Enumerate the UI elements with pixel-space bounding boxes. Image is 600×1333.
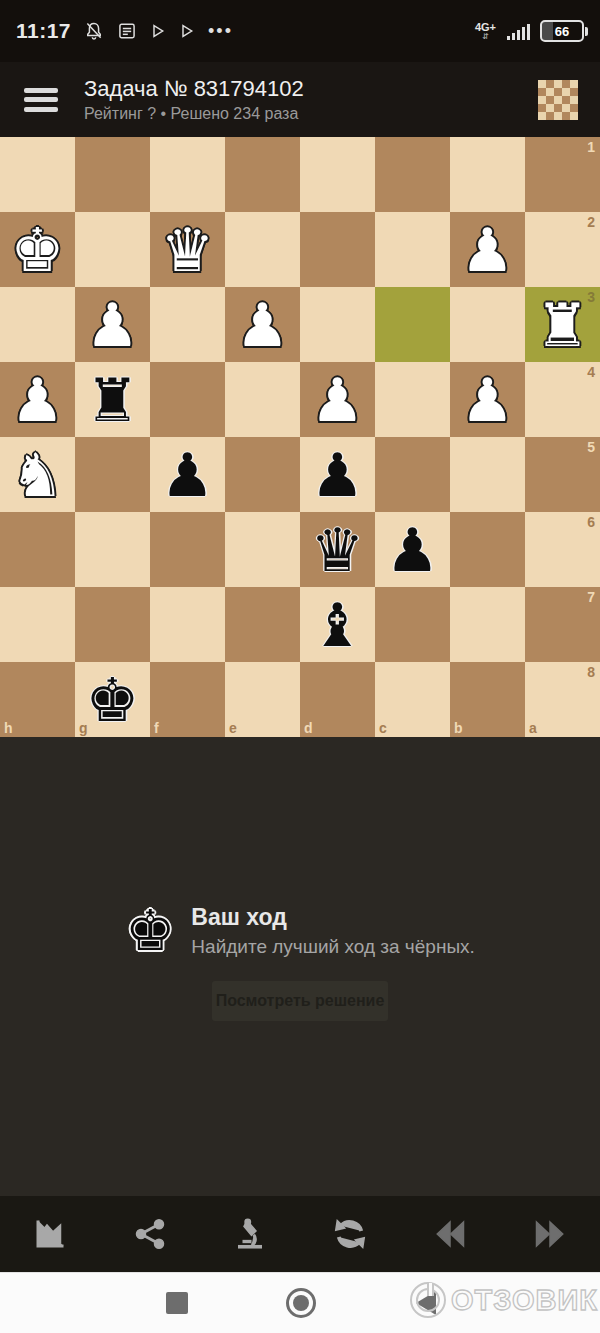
puzzle-panel: ♚ Ваш ход Найдите лучший ход за чёрных. … bbox=[0, 737, 600, 1196]
square-b1[interactable] bbox=[450, 137, 525, 212]
square-e8[interactable]: e bbox=[225, 662, 300, 737]
square-b7[interactable] bbox=[450, 587, 525, 662]
app-header: Задача № 831794102 Рейтинг ? • Решено 23… bbox=[0, 62, 600, 137]
rank-label-6: 6 bbox=[587, 514, 595, 530]
share-icon bbox=[132, 1216, 168, 1252]
square-d5[interactable]: ♟ bbox=[300, 437, 375, 512]
square-a7[interactable]: 7 bbox=[525, 587, 600, 662]
square-h4[interactable]: ♟ bbox=[0, 362, 75, 437]
square-f2[interactable]: ♛ bbox=[150, 212, 225, 287]
rank-label-1: 1 bbox=[587, 139, 595, 155]
app-screen: 11:17 ••• 4G+ ⇵ 66 bbox=[0, 0, 600, 1333]
square-c1[interactable] bbox=[375, 137, 450, 212]
square-c7[interactable] bbox=[375, 587, 450, 662]
square-f1[interactable] bbox=[150, 137, 225, 212]
square-c8[interactable]: c bbox=[375, 662, 450, 737]
white-pawn-d4[interactable]: ♟ bbox=[300, 362, 375, 437]
share-button[interactable] bbox=[100, 1196, 200, 1272]
square-d7[interactable]: ♝ bbox=[300, 587, 375, 662]
square-b2[interactable]: ♟ bbox=[450, 212, 525, 287]
black-pawn-c6[interactable]: ♟ bbox=[375, 512, 450, 587]
file-label-d: d bbox=[304, 720, 313, 736]
home-button[interactable] bbox=[286, 1288, 316, 1318]
square-f8[interactable]: f bbox=[150, 662, 225, 737]
file-label-b: b bbox=[454, 720, 463, 736]
square-d2[interactable] bbox=[300, 212, 375, 287]
square-d6[interactable]: ♛ bbox=[300, 512, 375, 587]
rank-label-7: 7 bbox=[587, 589, 595, 605]
menu-button[interactable] bbox=[24, 88, 58, 112]
square-c2[interactable] bbox=[375, 212, 450, 287]
square-h5[interactable]: ♞ bbox=[0, 437, 75, 512]
reader-mode-icon bbox=[117, 21, 137, 41]
status-bar: 11:17 ••• 4G+ ⇵ 66 bbox=[0, 0, 600, 62]
square-d8[interactable]: d bbox=[300, 662, 375, 737]
watermark-text: ОТЗОВИК bbox=[451, 1284, 598, 1317]
square-g6[interactable] bbox=[75, 512, 150, 587]
view-solution-button[interactable]: Посмотреть решение bbox=[212, 981, 388, 1021]
page-subtitle: Рейтинг ? • Решено 234 раза bbox=[84, 105, 304, 123]
square-c6[interactable]: ♟ bbox=[375, 512, 450, 587]
otzovik-logo-icon bbox=[410, 1282, 446, 1318]
square-d1[interactable] bbox=[300, 137, 375, 212]
rewind-button[interactable] bbox=[400, 1196, 500, 1272]
rank-label-5: 5 bbox=[587, 439, 595, 455]
square-e2[interactable] bbox=[225, 212, 300, 287]
square-e4[interactable] bbox=[225, 362, 300, 437]
square-a4[interactable]: 4 bbox=[525, 362, 600, 437]
square-c4[interactable] bbox=[375, 362, 450, 437]
forward-button[interactable] bbox=[500, 1196, 600, 1272]
fast-forward-icon bbox=[532, 1216, 568, 1252]
white-pawn-g3[interactable]: ♟ bbox=[75, 287, 150, 362]
watermark: ОТЗОВИК bbox=[410, 1282, 598, 1318]
signal-bars-icon bbox=[506, 21, 530, 41]
clock: 11:17 bbox=[16, 19, 71, 43]
square-h1[interactable] bbox=[0, 137, 75, 212]
file-label-e: e bbox=[229, 720, 237, 736]
square-e7[interactable] bbox=[225, 587, 300, 662]
white-rook-a3[interactable]: ♜ bbox=[525, 287, 600, 362]
square-g2[interactable] bbox=[75, 212, 150, 287]
square-e1[interactable] bbox=[225, 137, 300, 212]
board-theme-icon[interactable] bbox=[538, 80, 578, 120]
file-label-a: a bbox=[529, 720, 537, 736]
battery-percent: 66 bbox=[555, 24, 569, 39]
black-pawn-f5[interactable]: ♟ bbox=[150, 437, 225, 512]
rank-label-2: 2 bbox=[587, 214, 595, 230]
square-b6[interactable] bbox=[450, 512, 525, 587]
square-g5[interactable] bbox=[75, 437, 150, 512]
android-nav-bar: ОТЗОВИК bbox=[0, 1272, 600, 1333]
battery-indicator: 66 bbox=[540, 20, 584, 42]
black-rook-g4[interactable]: ♜ bbox=[75, 362, 150, 437]
square-b4[interactable]: ♟ bbox=[450, 362, 525, 437]
white-queen-f2[interactable]: ♛ bbox=[150, 212, 225, 287]
square-e3[interactable]: ♟ bbox=[225, 287, 300, 362]
turn-heading: Ваш ход bbox=[191, 904, 475, 931]
bell-muted-icon bbox=[84, 21, 104, 41]
white-king-h2[interactable]: ♚ bbox=[0, 212, 75, 287]
square-f6[interactable] bbox=[150, 512, 225, 587]
square-g1[interactable] bbox=[75, 137, 150, 212]
square-e5[interactable] bbox=[225, 437, 300, 512]
square-d3[interactable] bbox=[300, 287, 375, 362]
square-d4[interactable]: ♟ bbox=[300, 362, 375, 437]
network-type: 4G+ ⇵ bbox=[475, 22, 496, 41]
retry-button[interactable] bbox=[300, 1196, 400, 1272]
square-a3[interactable]: 3♜ bbox=[525, 287, 600, 362]
microscope-icon bbox=[232, 1216, 268, 1252]
rank-label-4: 4 bbox=[587, 364, 595, 380]
square-a2[interactable]: 2 bbox=[525, 212, 600, 287]
square-g3[interactable]: ♟ bbox=[75, 287, 150, 362]
square-a1[interactable]: 1 bbox=[525, 137, 600, 212]
rewind-icon bbox=[432, 1216, 468, 1252]
square-g7[interactable] bbox=[75, 587, 150, 662]
white-pawn-e3[interactable]: ♟ bbox=[225, 287, 300, 362]
play-icon-2 bbox=[179, 23, 195, 39]
square-b8[interactable]: b bbox=[450, 662, 525, 737]
square-e6[interactable] bbox=[225, 512, 300, 587]
more-notifications-icon: ••• bbox=[208, 21, 233, 42]
file-label-f: f bbox=[154, 720, 159, 736]
square-h2[interactable]: ♚ bbox=[0, 212, 75, 287]
square-f4[interactable] bbox=[150, 362, 225, 437]
square-h7[interactable] bbox=[0, 587, 75, 662]
black-pawn-d5[interactable]: ♟ bbox=[300, 437, 375, 512]
white-knight-h5[interactable]: ♞ bbox=[0, 437, 75, 512]
square-c5[interactable] bbox=[375, 437, 450, 512]
black-king-icon: ♚ bbox=[125, 903, 175, 959]
chart-button[interactable] bbox=[0, 1196, 100, 1272]
square-g4[interactable]: ♜ bbox=[75, 362, 150, 437]
square-a8[interactable]: 8a bbox=[525, 662, 600, 737]
black-queen-d6[interactable]: ♛ bbox=[300, 512, 375, 587]
square-b3[interactable] bbox=[450, 287, 525, 362]
turn-instruction: Найдите лучший ход за чёрных. bbox=[191, 936, 475, 958]
analysis-button[interactable] bbox=[200, 1196, 300, 1272]
square-a5[interactable]: 5 bbox=[525, 437, 600, 512]
rank-label-8: 8 bbox=[587, 664, 595, 680]
black-bishop-d7[interactable]: ♝ bbox=[300, 587, 375, 662]
play-icon bbox=[150, 23, 166, 39]
square-f3[interactable] bbox=[150, 287, 225, 362]
refresh-icon bbox=[332, 1216, 368, 1252]
white-pawn-b4[interactable]: ♟ bbox=[450, 362, 525, 437]
recent-apps-button[interactable] bbox=[166, 1292, 188, 1314]
file-label-c: c bbox=[379, 720, 387, 736]
square-g8[interactable]: g♚ bbox=[75, 662, 150, 737]
square-h3[interactable] bbox=[0, 287, 75, 362]
square-a6[interactable]: 6 bbox=[525, 512, 600, 587]
square-f7[interactable] bbox=[150, 587, 225, 662]
file-label-h: h bbox=[4, 720, 13, 736]
square-h6[interactable] bbox=[0, 512, 75, 587]
chess-board[interactable]: 1♚♛♟2♟♟3♜♟♜♟♟4♞♟♟5♛♟6♝7hg♚fedcb8a bbox=[0, 137, 600, 737]
white-pawn-b2[interactable]: ♟ bbox=[450, 212, 525, 287]
square-b5[interactable] bbox=[450, 437, 525, 512]
bottom-toolbar bbox=[0, 1196, 600, 1272]
black-king-g8[interactable]: ♚ bbox=[75, 662, 150, 737]
area-chart-icon bbox=[32, 1216, 68, 1252]
white-pawn-h4[interactable]: ♟ bbox=[0, 362, 75, 437]
page-title: Задача № 831794102 bbox=[84, 76, 304, 102]
square-f5[interactable]: ♟ bbox=[150, 437, 225, 512]
square-c3[interactable] bbox=[375, 287, 450, 362]
square-h8[interactable]: h bbox=[0, 662, 75, 737]
